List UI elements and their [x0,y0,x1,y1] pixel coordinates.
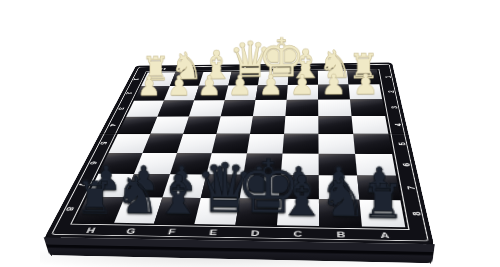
piece-bB-f8[interactable]: ♝ [155,167,195,222]
piece-bB-c8[interactable]: ♝ [277,168,319,224]
square-d2[interactable]: ♟ [255,84,287,99]
square-e8[interactable]: ♛ [194,197,239,224]
file-label: D [233,226,277,239]
square-e3[interactable] [221,100,256,116]
piece-wP-d2[interactable]: ♟ [256,71,287,99]
rank-label: 1 [371,73,403,79]
folding-hinge-seam [99,133,408,134]
square-f3[interactable] [189,100,225,116]
square-f4[interactable] [183,116,221,134]
file-label: A [362,228,408,242]
piece-wP-c2[interactable]: ♟ [287,71,318,99]
chessboard-3d-wrap: ♜♞♝♛♚♝♞♜♟♟♟♟♟♟♟♟♟♟♟♟♟♟♟♟♜♞♝♛♚♝♞♜ HGFEDCB… [45,62,434,244]
square-d4[interactable] [250,116,285,134]
square-b8[interactable]: ♞ [319,199,362,226]
rank-label: 2 [113,90,145,97]
piece-wP-e2[interactable]: ♟ [225,71,256,99]
square-e4[interactable] [216,116,252,134]
chessboard-frame: ♜♞♝♛♚♝♞♜♟♟♟♟♟♟♟♟♟♟♟♟♟♟♟♟♜♞♝♛♚♝♞♜ HGFEDCB… [45,62,434,244]
square-f8[interactable]: ♝ [154,197,201,223]
square-b2[interactable]: ♟ [318,84,350,99]
square-b5[interactable] [318,134,355,154]
file-label: E [191,225,235,238]
piece-bN-b8[interactable]: ♞ [319,171,362,225]
file-label: C [276,226,319,240]
rank-label: 4 [95,121,130,129]
file-label: G [108,224,153,237]
square-g4[interactable] [150,116,189,134]
piece-bK-d8[interactable]: ♚ [236,149,277,223]
rank-label: 3 [105,105,139,112]
square-g5[interactable] [143,134,184,153]
piece-bQ-e8[interactable]: ♛ [195,154,236,222]
product-photo-scene: ♜♞♝♛♚♝♞♜♟♟♟♟♟♟♟♟♟♟♟♟♟♟♟♟♜♞♝♛♚♝♞♜ HGFEDCB… [0,0,500,267]
piece-wP-b2[interactable]: ♟ [318,70,350,98]
rank-label: 4 [378,120,414,128]
square-e2[interactable]: ♟ [225,85,258,100]
square-c4[interactable] [284,116,318,134]
file-label: H [68,223,113,236]
square-c2[interactable]: ♟ [287,84,319,99]
square-g3[interactable] [157,100,194,116]
piece-bR-h8[interactable]: ♜ [76,175,115,221]
piece-bN-g8[interactable]: ♞ [115,169,155,221]
rank-label: 3 [376,103,411,110]
file-label: F [149,225,194,238]
square-d3[interactable] [253,99,287,115]
square-b4[interactable] [318,115,353,133]
square-d8[interactable]: ♚ [235,198,279,225]
square-a8[interactable]: ♜ [359,199,405,227]
square-b3[interactable] [318,99,351,116]
square-f2[interactable]: ♟ [194,85,228,100]
file-label: B [319,227,363,241]
square-a5[interactable] [353,134,392,154]
rank-label: 1 [121,76,152,82]
piece-wP-f2[interactable]: ♟ [194,72,224,99]
square-c8[interactable]: ♝ [277,198,319,225]
square-c3[interactable] [285,99,318,115]
rank-label: 2 [373,88,406,95]
piece-wP-g2[interactable]: ♟ [164,72,194,99]
piece-bR-a8[interactable]: ♜ [362,177,405,225]
